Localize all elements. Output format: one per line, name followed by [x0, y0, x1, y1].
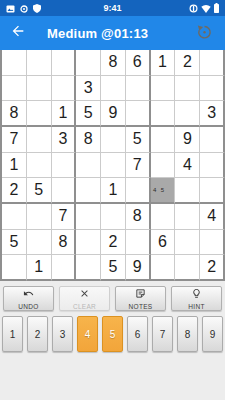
cell-r7c2[interactable]: [27, 204, 52, 230]
cell-r1c4[interactable]: [76, 50, 101, 76]
cell-r5c8[interactable]: 4: [175, 153, 200, 179]
clear-icon: [79, 287, 90, 302]
cell-r6c6[interactable]: [126, 178, 151, 204]
cell-r9c5[interactable]: 5: [101, 255, 126, 281]
cell-r9c1[interactable]: [2, 255, 27, 281]
cell-r3c7[interactable]: [151, 101, 176, 127]
cell-r4c3[interactable]: 3: [52, 127, 77, 153]
cell-r8c8[interactable]: [175, 230, 200, 256]
cell-r5c9[interactable]: [200, 153, 225, 179]
number-button-5[interactable]: 5: [102, 316, 123, 352]
notes-icon: [135, 287, 146, 302]
shield-icon: [33, 0, 41, 17]
restart-icon: [196, 23, 213, 44]
cell-r6c7[interactable]: 45: [151, 178, 176, 204]
cell-r9c4[interactable]: [76, 255, 101, 281]
cell-r7c6[interactable]: 8: [126, 204, 151, 230]
number-button-9[interactable]: 9: [202, 316, 223, 352]
cell-r5c3[interactable]: [52, 153, 77, 179]
number-button-7[interactable]: 7: [152, 316, 173, 352]
cell-r1c7[interactable]: 1: [151, 50, 176, 76]
status-time: 9:41: [103, 3, 121, 13]
sudoku-board: 8612381593738591742514578458261592: [0, 50, 225, 281]
cell-r5c6[interactable]: 7: [126, 153, 151, 179]
undo-label: UNDO: [18, 303, 38, 310]
cell-r1c8[interactable]: 2: [175, 50, 200, 76]
cell-r2c7[interactable]: [151, 76, 176, 102]
cell-r5c5[interactable]: [101, 153, 126, 179]
page-title: Medium @01:13: [47, 26, 148, 41]
cell-r7c7[interactable]: [151, 204, 176, 230]
cell-r1c3[interactable]: [52, 50, 77, 76]
clear-label: CLEAR: [73, 303, 96, 310]
cell-r3c1[interactable]: 8: [2, 101, 27, 127]
wifi-icon: [201, 0, 211, 17]
hint-button[interactable]: HINT: [171, 286, 222, 311]
cell-r6c1[interactable]: 2: [2, 178, 27, 204]
cell-r7c9[interactable]: 4: [200, 204, 225, 230]
notes-button[interactable]: NOTES: [115, 286, 166, 311]
cell-r6c4[interactable]: [76, 178, 101, 204]
restart-button[interactable]: [196, 23, 213, 44]
cell-r9c8[interactable]: [175, 255, 200, 281]
scan-icon: [20, 0, 28, 17]
vibrate-icon: [189, 0, 198, 17]
cell-r8c2[interactable]: [27, 230, 52, 256]
cell-r3c4[interactable]: 5: [76, 101, 101, 127]
cell-r3c5[interactable]: 9: [101, 101, 126, 127]
cell-r8c1[interactable]: 5: [2, 230, 27, 256]
cell-r7c8[interactable]: [175, 204, 200, 230]
cell-r4c4[interactable]: 8: [76, 127, 101, 153]
number-button-3[interactable]: 3: [52, 316, 73, 352]
cell-r4c8[interactable]: 9: [175, 127, 200, 153]
cell-r3c8[interactable]: [175, 101, 200, 127]
number-button-4[interactable]: 4: [77, 316, 98, 352]
cell-r7c4[interactable]: [76, 204, 101, 230]
back-button[interactable]: [10, 23, 26, 43]
cell-r2c1[interactable]: [2, 76, 27, 102]
app-bar: Medium @01:13: [0, 16, 225, 50]
number-button-1[interactable]: 1: [2, 316, 23, 352]
cell-r1c9[interactable]: [200, 50, 225, 76]
cell-r7c1[interactable]: [2, 204, 27, 230]
cell-r1c6[interactable]: 6: [126, 50, 151, 76]
cell-r8c4[interactable]: [76, 230, 101, 256]
back-arrow-icon: [10, 23, 26, 43]
cell-r7c5[interactable]: [101, 204, 126, 230]
number-button-6[interactable]: 6: [127, 316, 148, 352]
notes-label: NOTES: [129, 303, 153, 310]
toolbar: UNDO CLEAR NOTES HINT: [0, 281, 225, 314]
cell-r6c9[interactable]: [200, 178, 225, 204]
cell-r1c1[interactable]: [2, 50, 27, 76]
hint-icon: [191, 287, 202, 302]
cell-r1c2[interactable]: [27, 50, 52, 76]
cell-r1c5[interactable]: 8: [101, 50, 126, 76]
cell-r2c8[interactable]: [175, 76, 200, 102]
battery-icon: [214, 0, 219, 17]
cell-r2c4[interactable]: 3: [76, 76, 101, 102]
cell-r3c6[interactable]: [126, 101, 151, 127]
cell-r2c2[interactable]: [27, 76, 52, 102]
cell-r4c7[interactable]: [151, 127, 176, 153]
cell-r6c8[interactable]: [175, 178, 200, 204]
cell-r6c2[interactable]: 5: [27, 178, 52, 204]
pencil-notes: 45: [151, 178, 175, 202]
cell-r4c6[interactable]: 5: [126, 127, 151, 153]
cell-r9c2[interactable]: 1: [27, 255, 52, 281]
cell-r2c5[interactable]: [101, 76, 126, 102]
hint-label: HINT: [188, 303, 204, 310]
cell-r4c2[interactable]: [27, 127, 52, 153]
cell-r5c4[interactable]: [76, 153, 101, 179]
cell-r5c1[interactable]: 1: [2, 153, 27, 179]
number-pad: 123456789: [0, 316, 225, 352]
undo-button[interactable]: UNDO: [3, 286, 54, 311]
cell-r6c3[interactable]: [52, 178, 77, 204]
cell-r3c9[interactable]: 3: [200, 101, 225, 127]
cell-r4c5[interactable]: [101, 127, 126, 153]
clear-button[interactable]: CLEAR: [59, 286, 110, 311]
cell-r6c5[interactable]: 1: [101, 178, 126, 204]
cell-r3c2[interactable]: [27, 101, 52, 127]
cell-r9c7[interactable]: [151, 255, 176, 281]
cell-r5c2[interactable]: [27, 153, 52, 179]
cell-r8c6[interactable]: [126, 230, 151, 256]
cell-r9c3[interactable]: [52, 255, 77, 281]
number-button-2[interactable]: 2: [27, 316, 48, 352]
cell-r9c9[interactable]: 2: [200, 255, 225, 281]
cell-r2c3[interactable]: [52, 76, 77, 102]
cell-r2c6[interactable]: [126, 76, 151, 102]
cell-r8c5[interactable]: 2: [101, 230, 126, 256]
cell-r4c1[interactable]: 7: [2, 127, 27, 153]
undo-icon: [23, 287, 34, 302]
cell-r4c9[interactable]: [200, 127, 225, 153]
photo-icon: [6, 0, 15, 17]
number-button-8[interactable]: 8: [177, 316, 198, 352]
cell-r8c7[interactable]: 6: [151, 230, 176, 256]
cell-r9c6[interactable]: 9: [126, 255, 151, 281]
cell-r8c9[interactable]: [200, 230, 225, 256]
cell-r5c7[interactable]: [151, 153, 176, 179]
cell-r7c3[interactable]: 7: [52, 204, 77, 230]
status-bar: 9:41: [0, 0, 225, 16]
cell-r2c9[interactable]: [200, 76, 225, 102]
cell-r3c3[interactable]: 1: [52, 101, 77, 127]
cell-r8c3[interactable]: 8: [52, 230, 77, 256]
